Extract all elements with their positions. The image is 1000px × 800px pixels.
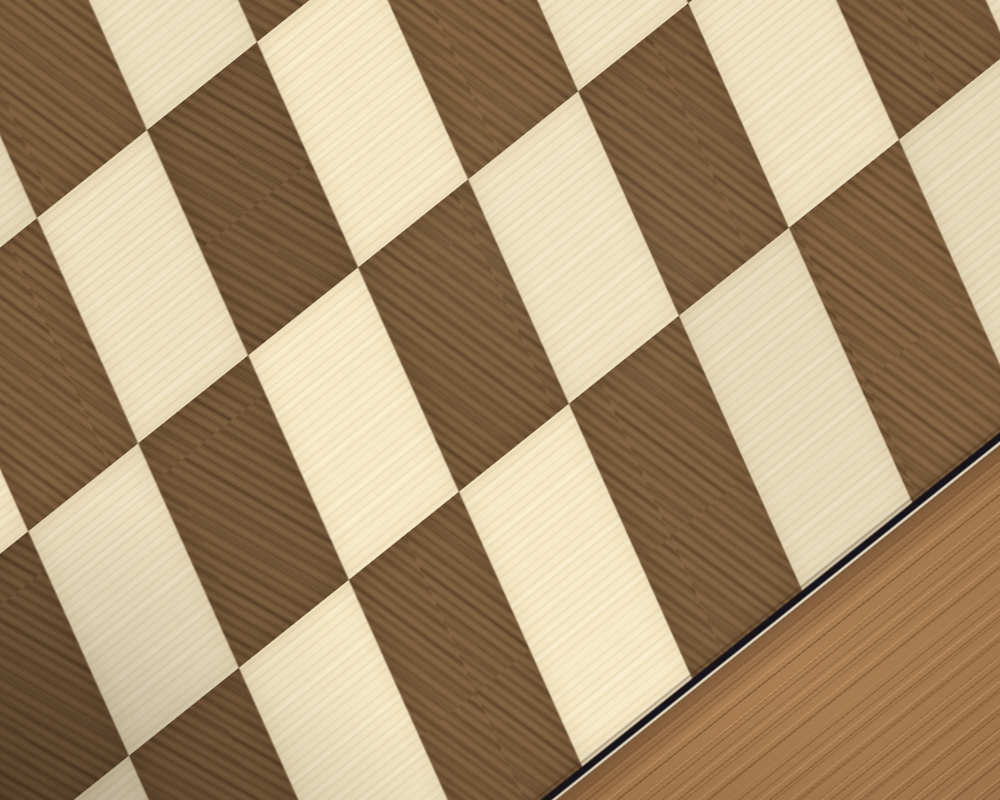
- chessboard-photo: [0, 0, 1000, 800]
